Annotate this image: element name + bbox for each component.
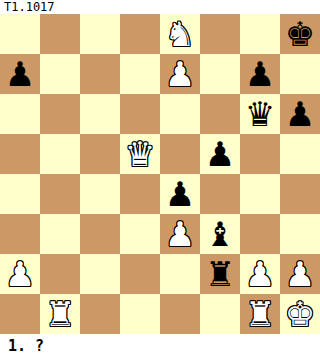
square-b5[interactable] [40,134,80,174]
square-g7[interactable]: ♟ [240,54,280,94]
square-g4[interactable] [240,174,280,214]
piece-white-knight: ♞ [165,14,195,54]
square-a7[interactable]: ♟ [0,54,40,94]
square-a5[interactable] [0,134,40,174]
square-f8[interactable] [200,14,240,54]
piece-white-king: ♚ [285,294,315,334]
square-d5[interactable]: ♛ [120,134,160,174]
square-g3[interactable] [240,214,280,254]
square-h3[interactable] [280,214,320,254]
square-h7[interactable] [280,54,320,94]
square-b3[interactable] [40,214,80,254]
square-h6[interactable]: ♟ [280,94,320,134]
square-h2[interactable]: ♟ [280,254,320,294]
square-a2[interactable]: ♟ [0,254,40,294]
square-c4[interactable] [80,174,120,214]
piece-black-king: ♚ [285,14,315,54]
square-e2[interactable] [160,254,200,294]
piece-black-pawn: ♟ [285,94,315,134]
square-d7[interactable] [120,54,160,94]
square-g6[interactable]: ♛ [240,94,280,134]
square-f7[interactable] [200,54,240,94]
square-d1[interactable] [120,294,160,334]
square-e8[interactable]: ♞ [160,14,200,54]
piece-white-rook: ♜ [45,294,75,334]
piece-white-pawn: ♟ [245,254,275,294]
square-a6[interactable] [0,94,40,134]
square-e6[interactable] [160,94,200,134]
square-b6[interactable] [40,94,80,134]
piece-black-queen: ♛ [245,94,275,134]
square-f3[interactable]: ♝ [200,214,240,254]
piece-black-pawn: ♟ [5,54,35,94]
puzzle-title: T1.1017 [0,0,320,14]
square-e1[interactable] [160,294,200,334]
square-b8[interactable] [40,14,80,54]
square-f1[interactable] [200,294,240,334]
square-b7[interactable] [40,54,80,94]
piece-white-rook: ♜ [245,294,275,334]
square-f6[interactable] [200,94,240,134]
square-c7[interactable] [80,54,120,94]
square-c8[interactable] [80,14,120,54]
piece-white-pawn: ♟ [285,254,315,294]
chess-board: ♞♚♟♟♟♛♟♛♟♟♟♝♟♜♟♟♜♜♚ [0,14,320,334]
move-prompt: 1. ? [0,334,320,360]
square-c3[interactable] [80,214,120,254]
piece-white-queen: ♛ [125,134,155,174]
square-e3[interactable]: ♟ [160,214,200,254]
square-f2[interactable]: ♜ [200,254,240,294]
piece-black-rook: ♜ [205,254,235,294]
square-c2[interactable] [80,254,120,294]
piece-white-pawn: ♟ [165,54,195,94]
square-c5[interactable] [80,134,120,174]
square-a3[interactable] [0,214,40,254]
square-d6[interactable] [120,94,160,134]
square-a4[interactable] [0,174,40,214]
square-h8[interactable]: ♚ [280,14,320,54]
piece-white-pawn: ♟ [165,214,195,254]
square-b1[interactable]: ♜ [40,294,80,334]
square-d8[interactable] [120,14,160,54]
square-c6[interactable] [80,94,120,134]
square-e5[interactable] [160,134,200,174]
square-d4[interactable] [120,174,160,214]
square-g8[interactable] [240,14,280,54]
piece-black-pawn: ♟ [165,174,195,214]
square-f5[interactable]: ♟ [200,134,240,174]
square-f4[interactable] [200,174,240,214]
square-d3[interactable] [120,214,160,254]
piece-black-bishop: ♝ [205,214,235,254]
square-d2[interactable] [120,254,160,294]
square-a8[interactable] [0,14,40,54]
square-h1[interactable]: ♚ [280,294,320,334]
square-g2[interactable]: ♟ [240,254,280,294]
square-a1[interactable] [0,294,40,334]
square-e7[interactable]: ♟ [160,54,200,94]
piece-black-pawn: ♟ [205,134,235,174]
square-g1[interactable]: ♜ [240,294,280,334]
square-c1[interactable] [80,294,120,334]
square-b2[interactable] [40,254,80,294]
square-e4[interactable]: ♟ [160,174,200,214]
square-h5[interactable] [280,134,320,174]
piece-black-pawn: ♟ [245,54,275,94]
square-b4[interactable] [40,174,80,214]
square-h4[interactable] [280,174,320,214]
piece-white-pawn: ♟ [5,254,35,294]
square-g5[interactable] [240,134,280,174]
